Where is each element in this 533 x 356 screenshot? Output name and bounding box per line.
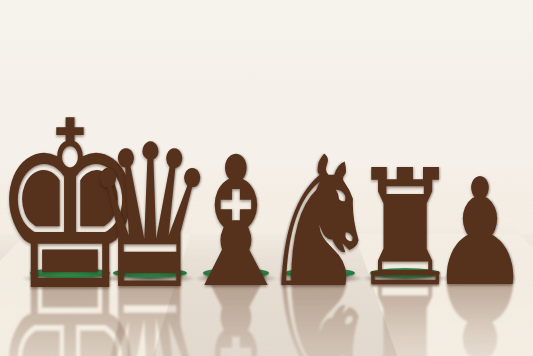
chess-set-product-photo: ♚ ♚ ♛ ♛ ♝ ♝ ♞ ♞ ♜ ♜ ♟ ♟ (0, 0, 533, 356)
pawn-glyph: ♟ (430, 159, 530, 307)
